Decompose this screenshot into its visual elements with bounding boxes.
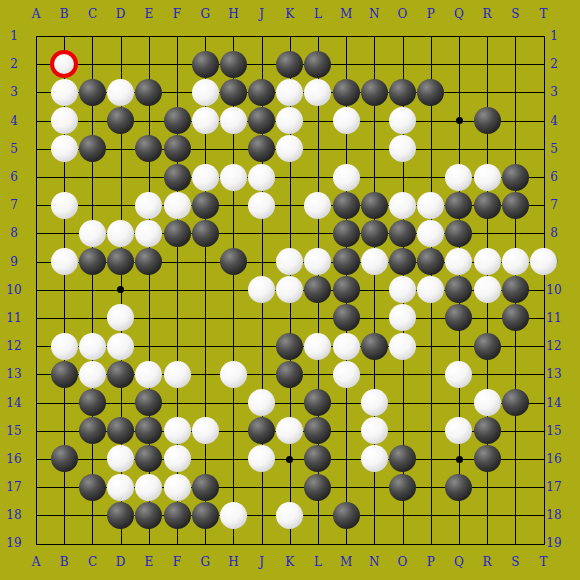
stone-q6-white[interactable] [445,164,472,191]
stone-d16-white[interactable] [107,445,134,472]
stone-l10-black[interactable] [304,276,331,303]
stone-o3-black[interactable] [389,79,416,106]
stone-e7-white[interactable] [135,192,162,219]
stone-s14-black[interactable] [502,389,529,416]
stone-q9-white[interactable] [445,248,472,275]
stone-j10-white[interactable] [248,276,275,303]
stone-j4-black[interactable] [248,107,275,134]
stone-j5-black[interactable] [248,135,275,162]
stone-b7-white[interactable] [51,192,78,219]
stone-f16-white[interactable] [164,445,191,472]
stone-p10-white[interactable] [417,276,444,303]
stone-s6-black[interactable] [502,164,529,191]
stone-p7-white[interactable] [417,192,444,219]
stone-s7-black[interactable] [502,192,529,219]
stone-p8-white[interactable] [417,220,444,247]
stone-r16-black[interactable] [474,445,501,472]
stone-c13-white[interactable] [79,361,106,388]
stone-l14-black[interactable] [304,389,331,416]
stone-l3-white[interactable] [304,79,331,106]
stone-k2-black[interactable] [276,51,303,78]
stone-m6-white[interactable] [333,164,360,191]
stone-j16-white[interactable] [248,445,275,472]
stone-d12-white[interactable] [107,333,134,360]
stone-s11-black[interactable] [502,304,529,331]
stone-p3-black[interactable] [417,79,444,106]
stone-d3-white[interactable] [107,79,134,106]
stone-r12-black[interactable] [474,333,501,360]
stone-r6-white[interactable] [474,164,501,191]
stone-m3-black[interactable] [333,79,360,106]
stone-o5-white[interactable] [389,135,416,162]
stone-l16-black[interactable] [304,445,331,472]
stone-l7-white[interactable] [304,192,331,219]
stone-o10-white[interactable] [389,276,416,303]
stone-g3-white[interactable] [192,79,219,106]
stone-f17-white[interactable] [164,474,191,501]
stone-m7-black[interactable] [333,192,360,219]
stone-n12-black[interactable] [361,333,388,360]
board-grid[interactable] [22,22,558,558]
stone-q11-black[interactable] [445,304,472,331]
stone-q7-black[interactable] [445,192,472,219]
stone-o9-black[interactable] [389,248,416,275]
stone-o12-white[interactable] [389,333,416,360]
stone-e8-white[interactable] [135,220,162,247]
stone-d13-black[interactable] [107,361,134,388]
stone-f5-black[interactable] [164,135,191,162]
stone-c5-black[interactable] [79,135,106,162]
stone-r14-white[interactable] [474,389,501,416]
stone-c8-white[interactable] [79,220,106,247]
stone-h13-white[interactable] [220,361,247,388]
stone-b3-white[interactable] [51,79,78,106]
stone-h2-black[interactable] [220,51,247,78]
stone-f18-black[interactable] [164,502,191,529]
stone-n9-white[interactable] [361,248,388,275]
stone-c14-black[interactable] [79,389,106,416]
stone-j15-black[interactable] [248,417,275,444]
stone-k10-white[interactable] [276,276,303,303]
stone-d18-black[interactable] [107,502,134,529]
stone-l2-black[interactable] [304,51,331,78]
stone-f8-black[interactable] [164,220,191,247]
stone-b4-white[interactable] [51,107,78,134]
stone-f7-white[interactable] [164,192,191,219]
stone-o8-black[interactable] [389,220,416,247]
stone-r15-black[interactable] [474,417,501,444]
stone-m8-black[interactable] [333,220,360,247]
stone-e15-black[interactable] [135,417,162,444]
stone-j14-white[interactable] [248,389,275,416]
stone-k4-white[interactable] [276,107,303,134]
stone-c9-black[interactable] [79,248,106,275]
stone-e18-black[interactable] [135,502,162,529]
stone-m4-white[interactable] [333,107,360,134]
stone-g18-black[interactable] [192,502,219,529]
stone-d4-black[interactable] [107,107,134,134]
go-board: ABCDEFGHJKLMNOPQRST ABCDEFGHJKLMNOPQRST … [0,0,580,580]
stone-k3-white[interactable] [276,79,303,106]
stone-l9-white[interactable] [304,248,331,275]
stone-e14-black[interactable] [135,389,162,416]
stone-d9-black[interactable] [107,248,134,275]
stone-o4-white[interactable] [389,107,416,134]
stone-n8-black[interactable] [361,220,388,247]
stone-p9-black[interactable] [417,248,444,275]
stone-n7-black[interactable] [361,192,388,219]
stone-g4-white[interactable] [192,107,219,134]
stone-q15-white[interactable] [445,417,472,444]
stone-h6-white[interactable] [220,164,247,191]
stone-n14-white[interactable] [361,389,388,416]
stone-q10-black[interactable] [445,276,472,303]
stone-d8-white[interactable] [107,220,134,247]
stone-m11-black[interactable] [333,304,360,331]
stone-s9-white[interactable] [502,248,529,275]
stone-f6-black[interactable] [164,164,191,191]
stone-o16-black[interactable] [389,445,416,472]
stone-k15-white[interactable] [276,417,303,444]
stone-b9-white[interactable] [51,248,78,275]
stone-e16-black[interactable] [135,445,162,472]
stone-e3-black[interactable] [135,79,162,106]
stone-f15-white[interactable] [164,417,191,444]
stone-b5-white[interactable] [51,135,78,162]
stone-n16-white[interactable] [361,445,388,472]
stone-n15-white[interactable] [361,417,388,444]
stone-h9-black[interactable] [220,248,247,275]
stone-d15-black[interactable] [107,417,134,444]
stone-m18-black[interactable] [333,502,360,529]
stone-g6-white[interactable] [192,164,219,191]
stone-l15-black[interactable] [304,417,331,444]
stone-k18-white[interactable] [276,502,303,529]
stone-l12-white[interactable] [304,333,331,360]
stone-c12-white[interactable] [79,333,106,360]
stone-m9-black[interactable] [333,248,360,275]
stone-r10-white[interactable] [474,276,501,303]
stone-c17-black[interactable] [79,474,106,501]
stone-j6-white[interactable] [248,164,275,191]
stone-b12-white[interactable] [51,333,78,360]
stone-f4-black[interactable] [164,107,191,134]
stone-m13-white[interactable] [333,361,360,388]
stone-o7-white[interactable] [389,192,416,219]
stone-t9-white[interactable] [530,248,557,275]
stone-s10-black[interactable] [502,276,529,303]
stone-h3-black[interactable] [220,79,247,106]
stone-g8-black[interactable] [192,220,219,247]
stone-g7-black[interactable] [192,192,219,219]
stone-b16-black[interactable] [51,445,78,472]
stone-r9-white[interactable] [474,248,501,275]
stone-k12-black[interactable] [276,333,303,360]
stone-r4-black[interactable] [474,107,501,134]
stone-g15-white[interactable] [192,417,219,444]
stone-c3-black[interactable] [79,79,106,106]
stone-l17-black[interactable] [304,474,331,501]
stone-q17-black[interactable] [445,474,472,501]
stone-e9-black[interactable] [135,248,162,275]
stone-n3-black[interactable] [361,79,388,106]
stone-e17-white[interactable] [135,474,162,501]
stone-d11-white[interactable] [107,304,134,331]
last-move-stone-b2-white[interactable] [50,50,78,78]
stone-r7-black[interactable] [474,192,501,219]
stone-h4-white[interactable] [220,107,247,134]
stone-g17-black[interactable] [192,474,219,501]
stone-g2-black[interactable] [192,51,219,78]
stone-d17-white[interactable] [107,474,134,501]
stone-m12-white[interactable] [333,333,360,360]
stone-o11-white[interactable] [389,304,416,331]
stone-e13-white[interactable] [135,361,162,388]
stone-o17-black[interactable] [389,474,416,501]
stone-k5-white[interactable] [276,135,303,162]
stone-k9-white[interactable] [276,248,303,275]
stone-q8-black[interactable] [445,220,472,247]
stone-m10-black[interactable] [333,276,360,303]
stone-b13-black[interactable] [51,361,78,388]
stone-k13-black[interactable] [276,361,303,388]
stone-j7-white[interactable] [248,192,275,219]
stone-c15-black[interactable] [79,417,106,444]
stone-h18-white[interactable] [220,502,247,529]
stone-f13-white[interactable] [164,361,191,388]
stone-e5-black[interactable] [135,135,162,162]
stone-q13-white[interactable] [445,361,472,388]
stone-j3-black[interactable] [248,79,275,106]
